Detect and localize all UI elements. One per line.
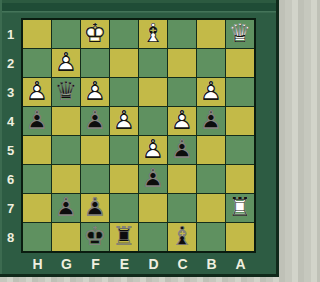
white-pawn-icon[interactable]: ♟♙: [23, 78, 51, 106]
black-pawn-icon[interactable]: ♟♙: [81, 194, 109, 222]
piece-fill: ♟: [197, 106, 225, 134]
square-g2[interactable]: ♟♙: [52, 49, 80, 77]
black-pawn-icon[interactable]: ♟♙: [52, 194, 80, 222]
file-label-d: D: [139, 253, 168, 275]
file-label-b: B: [197, 253, 226, 275]
rank-label-7: 7: [0, 194, 21, 223]
piece-outline: ♙: [139, 164, 167, 192]
square-a3[interactable]: [226, 78, 254, 106]
piece-fill: ♟: [197, 77, 225, 105]
square-g7[interactable]: ♟♙: [52, 194, 80, 222]
black-rook-icon[interactable]: ♜♖: [110, 223, 138, 251]
piece-fill: ♟: [168, 106, 196, 134]
square-f6[interactable]: [81, 165, 109, 193]
black-queen-icon[interactable]: ♛♕: [52, 78, 80, 106]
black-bishop-icon[interactable]: ♝♗: [168, 223, 196, 251]
piece-fill: ♜: [110, 222, 138, 250]
piece-outline: ♙: [23, 106, 51, 134]
piece-fill: ♚: [81, 19, 109, 47]
square-b8[interactable]: [197, 223, 225, 251]
square-c8[interactable]: ♝♗: [168, 223, 196, 251]
rank-label-3: 3: [0, 78, 21, 107]
piece-outline: ♙: [81, 77, 109, 105]
rank-label-4: 4: [0, 107, 21, 136]
square-g1[interactable]: [52, 20, 80, 48]
square-e5[interactable]: [110, 136, 138, 164]
rank-label-5: 5: [0, 136, 21, 165]
square-f8[interactable]: ♚♔: [81, 223, 109, 251]
square-h3[interactable]: ♟♙: [23, 78, 51, 106]
rank-label-8: 8: [0, 223, 21, 252]
file-label-a: A: [226, 253, 255, 275]
square-c3[interactable]: [168, 78, 196, 106]
white-pawn-icon[interactable]: ♟♙: [52, 49, 80, 77]
black-pawn-icon[interactable]: ♟♙: [139, 165, 167, 193]
file-label-h: H: [23, 253, 52, 275]
rank-label-1: 1: [0, 20, 21, 49]
piece-outline: ♙: [23, 77, 51, 105]
white-pawn-icon[interactable]: ♟♙: [139, 136, 167, 164]
piece-fill: ♚: [81, 222, 109, 250]
piece-fill: ♟: [139, 135, 167, 163]
piece-outline: ♗: [168, 222, 196, 250]
square-b2[interactable]: [197, 49, 225, 77]
piece-fill: ♟: [52, 48, 80, 76]
square-d7[interactable]: [139, 194, 167, 222]
square-f7[interactable]: ♟♙: [81, 194, 109, 222]
piece-outline: ♙: [81, 193, 109, 221]
square-f1[interactable]: ♚♔: [81, 20, 109, 48]
square-c7[interactable]: [168, 194, 196, 222]
piece-fill: ♝: [168, 222, 196, 250]
piece-outline: ♔: [81, 19, 109, 47]
piece-outline: ♕: [226, 19, 254, 47]
chess-board[interactable]: ♚♔♝♗♛♕♟♙♟♙♛♕♟♙♟♙♟♙♟♙♟♙♟♙♟♙♟♙♟♙♟♙♟♙♟♙♜♖♚♔…: [21, 18, 256, 253]
square-a8[interactable]: [226, 223, 254, 251]
file-label-e: E: [110, 253, 139, 275]
square-f5[interactable]: [81, 136, 109, 164]
piece-fill: ♟: [110, 106, 138, 134]
piece-fill: ♟: [23, 77, 51, 105]
piece-fill: ♛: [226, 19, 254, 47]
square-h5[interactable]: [23, 136, 51, 164]
white-rook-icon[interactable]: ♜♖: [226, 194, 254, 222]
square-f2[interactable]: [81, 49, 109, 77]
square-g6[interactable]: [52, 165, 80, 193]
square-c6[interactable]: [168, 165, 196, 193]
square-h8[interactable]: [23, 223, 51, 251]
piece-outline: ♖: [226, 193, 254, 221]
square-f4[interactable]: ♟♙: [81, 107, 109, 135]
square-d4[interactable]: [139, 107, 167, 135]
piece-fill: ♜: [226, 193, 254, 221]
square-d3[interactable]: [139, 78, 167, 106]
white-bishop-icon[interactable]: ♝♗: [139, 20, 167, 48]
square-c1[interactable]: [168, 20, 196, 48]
square-b1[interactable]: [197, 20, 225, 48]
rank-labels: 12345678: [0, 20, 21, 252]
piece-outline: ♖: [110, 222, 138, 250]
black-pawn-icon[interactable]: ♟♙: [168, 136, 196, 164]
white-king-icon[interactable]: ♚♔: [81, 20, 109, 48]
square-g8[interactable]: [52, 223, 80, 251]
square-d5[interactable]: ♟♙: [139, 136, 167, 164]
square-a5[interactable]: [226, 136, 254, 164]
piece-outline: ♙: [139, 135, 167, 163]
square-a7[interactable]: ♜♖: [226, 194, 254, 222]
piece-fill: ♟: [23, 106, 51, 134]
square-a1[interactable]: ♛♕: [226, 20, 254, 48]
square-b7[interactable]: [197, 194, 225, 222]
white-pawn-icon[interactable]: ♟♙: [168, 107, 196, 135]
piece-fill: ♛: [52, 77, 80, 105]
square-h7[interactable]: [23, 194, 51, 222]
square-e3[interactable]: [110, 78, 138, 106]
piece-outline: ♙: [168, 135, 196, 163]
file-label-c: C: [168, 253, 197, 275]
square-c2[interactable]: [168, 49, 196, 77]
chess-board-panel: 12345678 ♚♔♝♗♛♕♟♙♟♙♛♕♟♙♟♙♟♙♟♙♟♙♟♙♟♙♟♙♟♙♟…: [0, 0, 279, 277]
square-a6[interactable]: [226, 165, 254, 193]
square-e8[interactable]: ♜♖: [110, 223, 138, 251]
black-pawn-icon[interactable]: ♟♙: [197, 107, 225, 135]
piece-outline: ♙: [168, 106, 196, 134]
piece-outline: ♗: [139, 19, 167, 47]
square-e4[interactable]: ♟♙: [110, 107, 138, 135]
square-h1[interactable]: [23, 20, 51, 48]
square-g4[interactable]: [52, 107, 80, 135]
piece-fill: ♝: [139, 19, 167, 47]
square-b5[interactable]: [197, 136, 225, 164]
piece-fill: ♟: [139, 164, 167, 192]
square-c4[interactable]: ♟♙: [168, 107, 196, 135]
file-label-g: G: [52, 253, 81, 275]
piece-outline: ♙: [197, 77, 225, 105]
square-h2[interactable]: [23, 49, 51, 77]
rank-label-6: 6: [0, 165, 21, 194]
piece-fill: ♟: [168, 135, 196, 163]
square-g3[interactable]: ♛♕: [52, 78, 80, 106]
piece-fill: ♟: [81, 106, 109, 134]
square-c5[interactable]: ♟♙: [168, 136, 196, 164]
black-pawn-icon[interactable]: ♟♙: [23, 107, 51, 135]
square-e1[interactable]: [110, 20, 138, 48]
square-d8[interactable]: [139, 223, 167, 251]
piece-outline: ♙: [110, 106, 138, 134]
piece-fill: ♟: [81, 193, 109, 221]
white-queen-icon[interactable]: ♛♕: [226, 20, 254, 48]
square-g5[interactable]: [52, 136, 80, 164]
square-b3[interactable]: ♟♙: [197, 78, 225, 106]
square-b6[interactable]: [197, 165, 225, 193]
rank-label-2: 2: [0, 49, 21, 78]
piece-outline: ♙: [52, 48, 80, 76]
file-label-f: F: [81, 253, 110, 275]
square-h4[interactable]: ♟♙: [23, 107, 51, 135]
piece-outline: ♙: [81, 106, 109, 134]
square-d2[interactable]: [139, 49, 167, 77]
file-labels: HGFEDCBA: [23, 253, 254, 275]
piece-fill: ♟: [52, 193, 80, 221]
square-e2[interactable]: [110, 49, 138, 77]
piece-outline: ♙: [52, 193, 80, 221]
square-b4[interactable]: ♟♙: [197, 107, 225, 135]
square-a4[interactable]: [226, 107, 254, 135]
black-king-icon[interactable]: ♚♔: [81, 223, 109, 251]
square-h6[interactable]: [23, 165, 51, 193]
square-e7[interactable]: [110, 194, 138, 222]
white-pawn-icon[interactable]: ♟♙: [197, 78, 225, 106]
square-a2[interactable]: [226, 49, 254, 77]
square-d6[interactable]: ♟♙: [139, 165, 167, 193]
white-pawn-icon[interactable]: ♟♙: [110, 107, 138, 135]
black-pawn-icon[interactable]: ♟♙: [81, 107, 109, 135]
white-pawn-icon[interactable]: ♟♙: [81, 78, 109, 106]
piece-fill: ♟: [81, 77, 109, 105]
piece-outline: ♙: [197, 106, 225, 134]
square-f3[interactable]: ♟♙: [81, 78, 109, 106]
piece-outline: ♔: [81, 222, 109, 250]
square-e6[interactable]: [110, 165, 138, 193]
square-d1[interactable]: ♝♗: [139, 20, 167, 48]
piece-outline: ♕: [52, 77, 80, 105]
